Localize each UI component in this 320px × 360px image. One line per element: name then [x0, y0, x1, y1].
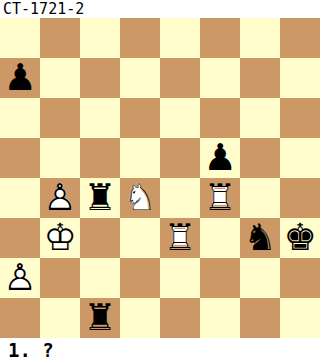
square-d3[interactable] — [120, 218, 160, 258]
square-g8[interactable] — [240, 18, 280, 58]
square-b7[interactable] — [40, 58, 80, 98]
square-c3[interactable] — [80, 218, 120, 258]
square-f5[interactable]: ♟ — [200, 138, 240, 178]
square-g4[interactable] — [240, 178, 280, 218]
piece-white-rook: ♜♖ — [160, 218, 200, 258]
square-c1[interactable]: ♜ — [80, 298, 120, 338]
square-h7[interactable] — [280, 58, 320, 98]
puzzle-id: CT-1721-2 — [0, 0, 320, 18]
move-prompt: 1. ? — [0, 338, 320, 360]
square-f1[interactable] — [200, 298, 240, 338]
square-e2[interactable] — [160, 258, 200, 298]
square-h5[interactable] — [280, 138, 320, 178]
square-d5[interactable] — [120, 138, 160, 178]
square-a3[interactable] — [0, 218, 40, 258]
square-b3[interactable]: ♚♔ — [40, 218, 80, 258]
piece-black-rook: ♜ — [80, 298, 120, 338]
square-a7[interactable]: ♟ — [0, 58, 40, 98]
square-b4[interactable]: ♟♙ — [40, 178, 80, 218]
square-e4[interactable] — [160, 178, 200, 218]
square-a2[interactable]: ♟♙ — [0, 258, 40, 298]
square-f3[interactable] — [200, 218, 240, 258]
square-f7[interactable] — [200, 58, 240, 98]
square-b1[interactable] — [40, 298, 80, 338]
square-h4[interactable] — [280, 178, 320, 218]
square-d8[interactable] — [120, 18, 160, 58]
square-b8[interactable] — [40, 18, 80, 58]
square-c6[interactable] — [80, 98, 120, 138]
square-a6[interactable] — [0, 98, 40, 138]
square-e6[interactable] — [160, 98, 200, 138]
square-a4[interactable] — [0, 178, 40, 218]
piece-black-pawn: ♟ — [200, 138, 240, 178]
square-a1[interactable] — [0, 298, 40, 338]
square-g1[interactable] — [240, 298, 280, 338]
square-d7[interactable] — [120, 58, 160, 98]
square-c4[interactable]: ♜ — [80, 178, 120, 218]
square-d6[interactable] — [120, 98, 160, 138]
piece-white-king: ♚♔ — [40, 218, 80, 258]
square-f8[interactable] — [200, 18, 240, 58]
square-c5[interactable] — [80, 138, 120, 178]
square-d4[interactable]: ♞♘ — [120, 178, 160, 218]
square-g6[interactable] — [240, 98, 280, 138]
square-c2[interactable] — [80, 258, 120, 298]
square-g2[interactable] — [240, 258, 280, 298]
square-f6[interactable] — [200, 98, 240, 138]
piece-white-rook: ♜♖ — [200, 178, 240, 218]
square-g5[interactable] — [240, 138, 280, 178]
square-c8[interactable] — [80, 18, 120, 58]
square-f4[interactable]: ♜♖ — [200, 178, 240, 218]
square-g3[interactable]: ♞ — [240, 218, 280, 258]
square-g7[interactable] — [240, 58, 280, 98]
square-d1[interactable] — [120, 298, 160, 338]
piece-black-pawn: ♟ — [0, 58, 40, 98]
square-h6[interactable] — [280, 98, 320, 138]
piece-white-knight: ♞♘ — [120, 178, 160, 218]
square-a5[interactable] — [0, 138, 40, 178]
piece-white-pawn: ♟♙ — [0, 258, 40, 298]
square-b2[interactable] — [40, 258, 80, 298]
square-b5[interactable] — [40, 138, 80, 178]
square-e5[interactable] — [160, 138, 200, 178]
square-d2[interactable] — [120, 258, 160, 298]
square-h3[interactable]: ♚ — [280, 218, 320, 258]
square-e8[interactable] — [160, 18, 200, 58]
square-h8[interactable] — [280, 18, 320, 58]
piece-white-pawn: ♟♙ — [40, 178, 80, 218]
square-e1[interactable] — [160, 298, 200, 338]
square-f2[interactable] — [200, 258, 240, 298]
square-h2[interactable] — [280, 258, 320, 298]
square-a8[interactable] — [0, 18, 40, 58]
chess-board: ♟♟♟♙♜♞♘♜♖♚♔♜♖♞♚♟♙♜ — [0, 18, 320, 338]
square-b6[interactable] — [40, 98, 80, 138]
square-e3[interactable]: ♜♖ — [160, 218, 200, 258]
piece-black-knight: ♞ — [240, 218, 280, 258]
square-h1[interactable] — [280, 298, 320, 338]
piece-black-king: ♚ — [280, 218, 320, 258]
square-e7[interactable] — [160, 58, 200, 98]
piece-black-rook: ♜ — [80, 178, 120, 218]
square-c7[interactable] — [80, 58, 120, 98]
